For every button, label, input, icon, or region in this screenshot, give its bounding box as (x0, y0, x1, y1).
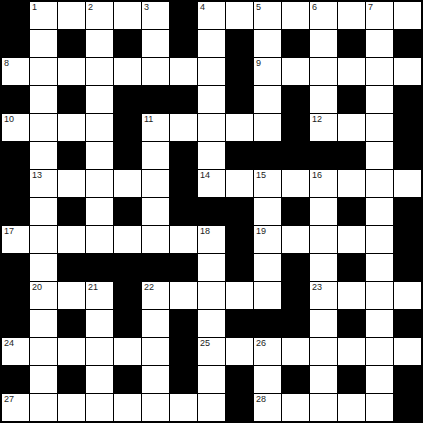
white-cell-r7c9[interactable] (254, 198, 281, 225)
white-cell-r10c5[interactable]: 22 (142, 282, 169, 309)
white-cell-r13c7[interactable] (198, 366, 225, 393)
white-cell-r13c9[interactable] (254, 366, 281, 393)
white-cell-r4c7[interactable] (198, 114, 225, 141)
white-cell-r14c5[interactable] (142, 394, 169, 421)
black-cell-r1c12 (338, 30, 365, 57)
white-cell-r6c3[interactable] (86, 170, 113, 197)
white-cell-r6c7[interactable]: 14 (198, 170, 225, 197)
black-cell-r4c10 (282, 114, 309, 141)
white-cell-r12c1[interactable] (30, 338, 57, 365)
white-cell-r3c13[interactable] (366, 86, 393, 113)
white-cell-r9c13[interactable] (366, 254, 393, 281)
white-cell-r8c6[interactable] (170, 226, 197, 253)
white-cell-r10c14[interactable] (394, 282, 421, 309)
white-cell-r0c7[interactable]: 4 (198, 2, 225, 29)
black-cell-r7c2 (58, 198, 85, 225)
white-cell-r12c3[interactable] (86, 338, 113, 365)
black-cell-r9c5 (142, 254, 169, 281)
white-cell-r8c3[interactable] (86, 226, 113, 253)
white-cell-r7c5[interactable] (142, 198, 169, 225)
white-cell-r3c3[interactable] (86, 86, 113, 113)
white-cell-r8c11[interactable] (310, 226, 337, 253)
white-cell-r7c1[interactable] (30, 198, 57, 225)
black-cell-r11c2 (58, 310, 85, 337)
clue-number-25: 25 (200, 338, 210, 349)
white-cell-r11c13[interactable] (366, 310, 393, 337)
clue-number-26: 26 (256, 338, 266, 349)
white-cell-r3c11[interactable] (310, 86, 337, 113)
white-cell-r2c14[interactable] (394, 58, 421, 85)
white-cell-r1c7[interactable] (198, 30, 225, 57)
black-cell-r3c14 (394, 86, 421, 113)
white-cell-r11c1[interactable] (30, 310, 57, 337)
black-cell-r5c9 (254, 142, 281, 169)
white-cell-r11c7[interactable] (198, 310, 225, 337)
white-cell-r11c5[interactable] (142, 310, 169, 337)
black-cell-r7c0 (2, 198, 29, 225)
white-cell-r12c7[interactable]: 25 (198, 338, 225, 365)
white-cell-r8c7[interactable]: 18 (198, 226, 225, 253)
white-cell-r0c9[interactable]: 5 (254, 2, 281, 29)
white-cell-r0c4[interactable] (114, 2, 141, 29)
white-cell-r7c11[interactable] (310, 198, 337, 225)
white-cell-r5c1[interactable] (30, 142, 57, 169)
white-cell-r2c9[interactable]: 9 (254, 58, 281, 85)
clue-number-19: 19 (256, 226, 266, 237)
clue-number-27: 27 (4, 394, 14, 405)
white-cell-r12c9[interactable]: 26 (254, 338, 281, 365)
white-cell-r8c13[interactable] (366, 226, 393, 253)
black-cell-r8c8 (226, 226, 253, 253)
white-cell-r2c5[interactable] (142, 58, 169, 85)
white-cell-r14c13[interactable] (366, 394, 393, 421)
black-cell-r3c12 (338, 86, 365, 113)
white-cell-r10c11[interactable]: 23 (310, 282, 337, 309)
white-cell-r8c9[interactable]: 19 (254, 226, 281, 253)
black-cell-r9c3 (86, 254, 113, 281)
black-cell-r9c2 (58, 254, 85, 281)
white-cell-r4c1[interactable] (30, 114, 57, 141)
black-cell-r3c5 (142, 86, 169, 113)
clue-number-28: 28 (256, 394, 266, 405)
black-cell-r11c12 (338, 310, 365, 337)
black-cell-r11c8 (226, 310, 253, 337)
white-cell-r2c4[interactable] (114, 58, 141, 85)
black-cell-r9c6 (170, 254, 197, 281)
white-cell-r11c11[interactable] (310, 310, 337, 337)
white-cell-r14c10[interactable] (282, 394, 309, 421)
black-cell-r5c10 (282, 142, 309, 169)
white-cell-r4c12[interactable] (338, 114, 365, 141)
white-cell-r10c12[interactable] (338, 282, 365, 309)
clue-number-4: 4 (200, 2, 205, 13)
clue-number-12: 12 (312, 114, 322, 125)
white-cell-r2c10[interactable] (282, 58, 309, 85)
white-cell-r6c9[interactable]: 15 (254, 170, 281, 197)
black-cell-r5c11 (310, 142, 337, 169)
white-cell-r4c8[interactable] (226, 114, 253, 141)
white-cell-r1c13[interactable] (366, 30, 393, 57)
clue-number-24: 24 (4, 338, 14, 349)
white-cell-r4c11[interactable]: 12 (310, 114, 337, 141)
white-cell-r4c13[interactable] (366, 114, 393, 141)
white-cell-r14c2[interactable] (58, 394, 85, 421)
black-cell-r10c4 (114, 282, 141, 309)
black-cell-r5c4 (114, 142, 141, 169)
white-cell-r6c5[interactable] (142, 170, 169, 197)
black-cell-r9c4 (114, 254, 141, 281)
white-cell-r9c1[interactable] (30, 254, 57, 281)
black-cell-r5c8 (226, 142, 253, 169)
black-cell-r13c2 (58, 366, 85, 393)
white-cell-r0c10[interactable] (282, 2, 309, 29)
clue-number-20: 20 (32, 282, 42, 293)
white-cell-r12c8[interactable] (226, 338, 253, 365)
white-cell-r0c13[interactable]: 7 (366, 2, 393, 29)
white-cell-r0c5[interactable]: 3 (142, 2, 169, 29)
white-cell-r9c7[interactable] (198, 254, 225, 281)
white-cell-r0c3[interactable]: 2 (86, 2, 113, 29)
white-cell-r0c1[interactable]: 1 (30, 2, 57, 29)
clue-number-9: 9 (256, 58, 261, 69)
white-cell-r10c13[interactable] (366, 282, 393, 309)
clue-number-1: 1 (32, 2, 37, 13)
clue-number-22: 22 (144, 282, 154, 293)
clue-number-5: 5 (256, 2, 261, 13)
black-cell-r14c14 (394, 394, 421, 421)
white-cell-r11c3[interactable] (86, 310, 113, 337)
black-cell-r3c10 (282, 86, 309, 113)
black-cell-r7c10 (282, 198, 309, 225)
black-cell-r13c0 (2, 366, 29, 393)
clue-number-17: 17 (4, 226, 14, 237)
clue-number-6: 6 (312, 2, 317, 13)
white-cell-r14c7[interactable] (198, 394, 225, 421)
black-cell-r5c6 (170, 142, 197, 169)
black-cell-r10c10 (282, 282, 309, 309)
black-cell-r6c6 (170, 170, 197, 197)
black-cell-r1c10 (282, 30, 309, 57)
black-cell-r5c0 (2, 142, 29, 169)
white-cell-r12c11[interactable] (310, 338, 337, 365)
white-cell-r6c12[interactable] (338, 170, 365, 197)
crossword-grid: 1234567891011121314151617181920212223242… (0, 0, 423, 423)
white-cell-r12c5[interactable] (142, 338, 169, 365)
white-cell-r8c5[interactable] (142, 226, 169, 253)
white-cell-r10c3[interactable]: 21 (86, 282, 113, 309)
black-cell-r10c0 (2, 282, 29, 309)
clue-number-14: 14 (200, 170, 210, 181)
black-cell-r5c14 (394, 142, 421, 169)
white-cell-r10c2[interactable] (58, 282, 85, 309)
black-cell-r3c6 (170, 86, 197, 113)
clue-number-16: 16 (312, 170, 322, 181)
white-cell-r12c4[interactable] (114, 338, 141, 365)
white-cell-r6c11[interactable]: 16 (310, 170, 337, 197)
black-cell-r1c2 (58, 30, 85, 57)
black-cell-r9c10 (282, 254, 309, 281)
black-cell-r7c12 (338, 198, 365, 225)
black-cell-r13c10 (282, 366, 309, 393)
clue-number-2: 2 (88, 2, 93, 13)
black-cell-r13c12 (338, 366, 365, 393)
white-cell-r5c3[interactable] (86, 142, 113, 169)
white-cell-r0c11[interactable]: 6 (310, 2, 337, 29)
white-cell-r2c0[interactable]: 8 (2, 58, 29, 85)
white-cell-r8c10[interactable] (282, 226, 309, 253)
white-cell-r5c13[interactable] (366, 142, 393, 169)
white-cell-r14c4[interactable] (114, 394, 141, 421)
white-cell-r0c14[interactable] (394, 2, 421, 29)
black-cell-r0c6 (170, 2, 197, 29)
black-cell-r0c0 (2, 2, 29, 29)
white-cell-r2c11[interactable] (310, 58, 337, 85)
white-cell-r12c0[interactable]: 24 (2, 338, 29, 365)
black-cell-r13c4 (114, 366, 141, 393)
clue-number-8: 8 (4, 58, 9, 69)
clue-number-7: 7 (368, 2, 373, 13)
black-cell-r11c9 (254, 310, 281, 337)
white-cell-r2c6[interactable] (170, 58, 197, 85)
black-cell-r1c4 (114, 30, 141, 57)
black-cell-r1c8 (226, 30, 253, 57)
white-cell-r3c1[interactable] (30, 86, 57, 113)
white-cell-r2c12[interactable] (338, 58, 365, 85)
white-cell-r9c9[interactable] (254, 254, 281, 281)
black-cell-r7c14 (394, 198, 421, 225)
black-cell-r9c0 (2, 254, 29, 281)
white-cell-r0c12[interactable] (338, 2, 365, 29)
white-cell-r8c0[interactable]: 17 (2, 226, 29, 253)
clue-number-18: 18 (200, 226, 210, 237)
white-cell-r4c5[interactable]: 11 (142, 114, 169, 141)
white-cell-r5c7[interactable] (198, 142, 225, 169)
black-cell-r7c7 (198, 198, 225, 225)
white-cell-r6c1[interactable]: 13 (30, 170, 57, 197)
white-cell-r14c6[interactable] (170, 394, 197, 421)
white-cell-r12c14[interactable] (394, 338, 421, 365)
black-cell-r11c10 (282, 310, 309, 337)
white-cell-r9c11[interactable] (310, 254, 337, 281)
white-cell-r10c9[interactable] (254, 282, 281, 309)
black-cell-r8c14 (394, 226, 421, 253)
white-cell-r2c13[interactable] (366, 58, 393, 85)
white-cell-r8c2[interactable] (58, 226, 85, 253)
white-cell-r14c12[interactable] (338, 394, 365, 421)
white-cell-r4c6[interactable] (170, 114, 197, 141)
black-cell-r5c12 (338, 142, 365, 169)
black-cell-r7c4 (114, 198, 141, 225)
black-cell-r9c14 (394, 254, 421, 281)
white-cell-r6c8[interactable] (226, 170, 253, 197)
black-cell-r13c6 (170, 366, 197, 393)
black-cell-r13c8 (226, 366, 253, 393)
white-cell-r6c13[interactable] (366, 170, 393, 197)
clue-number-23: 23 (312, 282, 322, 293)
black-cell-r9c8 (226, 254, 253, 281)
black-cell-r3c2 (58, 86, 85, 113)
white-cell-r4c9[interactable] (254, 114, 281, 141)
clue-number-21: 21 (88, 282, 98, 293)
black-cell-r12c6 (170, 338, 197, 365)
white-cell-r13c1[interactable] (30, 366, 57, 393)
black-cell-r4c14 (394, 114, 421, 141)
black-cell-r11c0 (2, 310, 29, 337)
white-cell-r3c7[interactable] (198, 86, 225, 113)
white-cell-r12c13[interactable] (366, 338, 393, 365)
white-cell-r6c14[interactable] (394, 170, 421, 197)
black-cell-r7c6 (170, 198, 197, 225)
white-cell-r8c1[interactable] (30, 226, 57, 253)
black-cell-r11c14 (394, 310, 421, 337)
white-cell-r14c3[interactable] (86, 394, 113, 421)
white-cell-r1c1[interactable] (30, 30, 57, 57)
white-cell-r5c5[interactable] (142, 142, 169, 169)
black-cell-r1c6 (170, 30, 197, 57)
clue-number-10: 10 (4, 114, 14, 125)
white-cell-r8c12[interactable] (338, 226, 365, 253)
white-cell-r2c3[interactable] (86, 58, 113, 85)
black-cell-r4c4 (114, 114, 141, 141)
white-cell-r8c4[interactable] (114, 226, 141, 253)
white-cell-r7c3[interactable] (86, 198, 113, 225)
white-cell-r6c2[interactable] (58, 170, 85, 197)
clue-number-3: 3 (144, 2, 149, 13)
white-cell-r1c9[interactable] (254, 30, 281, 57)
white-cell-r2c1[interactable] (30, 58, 57, 85)
white-cell-r4c0[interactable]: 10 (2, 114, 29, 141)
white-cell-r10c6[interactable] (170, 282, 197, 309)
white-cell-r10c8[interactable] (226, 282, 253, 309)
white-cell-r14c1[interactable] (30, 394, 57, 421)
white-cell-r1c5[interactable] (142, 30, 169, 57)
white-cell-r14c11[interactable] (310, 394, 337, 421)
white-cell-r1c11[interactable] (310, 30, 337, 57)
black-cell-r11c6 (170, 310, 197, 337)
white-cell-r12c10[interactable] (282, 338, 309, 365)
white-cell-r12c12[interactable] (338, 338, 365, 365)
clue-number-13: 13 (32, 170, 42, 181)
black-cell-r5c2 (58, 142, 85, 169)
black-cell-r7c8 (226, 198, 253, 225)
white-cell-r14c9[interactable]: 28 (254, 394, 281, 421)
black-cell-r11c4 (114, 310, 141, 337)
white-cell-r6c4[interactable] (114, 170, 141, 197)
white-cell-r10c1[interactable]: 20 (30, 282, 57, 309)
white-cell-r10c7[interactable] (198, 282, 225, 309)
black-cell-r2c8 (226, 58, 253, 85)
white-cell-r13c3[interactable] (86, 366, 113, 393)
black-cell-r1c0 (2, 30, 29, 57)
white-cell-r4c2[interactable] (58, 114, 85, 141)
white-cell-r14c0[interactable]: 27 (2, 394, 29, 421)
white-cell-r12c2[interactable] (58, 338, 85, 365)
white-cell-r1c3[interactable] (86, 30, 113, 57)
clue-number-15: 15 (256, 170, 266, 181)
white-cell-r2c7[interactable] (198, 58, 225, 85)
white-cell-r13c11[interactable] (310, 366, 337, 393)
white-cell-r0c2[interactable] (58, 2, 85, 29)
black-cell-r3c8 (226, 86, 253, 113)
white-cell-r6c10[interactable] (282, 170, 309, 197)
black-cell-r6c0 (2, 170, 29, 197)
black-cell-r1c14 (394, 30, 421, 57)
black-cell-r9c12 (338, 254, 365, 281)
white-cell-r0c8[interactable] (226, 2, 253, 29)
white-cell-r3c9[interactable] (254, 86, 281, 113)
white-cell-r4c3[interactable] (86, 114, 113, 141)
black-cell-r14c8 (226, 394, 253, 421)
clue-number-11: 11 (144, 114, 153, 125)
black-cell-r3c0 (2, 86, 29, 113)
white-cell-r2c2[interactable] (58, 58, 85, 85)
white-cell-r7c13[interactable] (366, 198, 393, 225)
black-cell-r3c4 (114, 86, 141, 113)
white-cell-r13c5[interactable] (142, 366, 169, 393)
white-cell-r13c13[interactable] (366, 366, 393, 393)
black-cell-r13c14 (394, 366, 421, 393)
